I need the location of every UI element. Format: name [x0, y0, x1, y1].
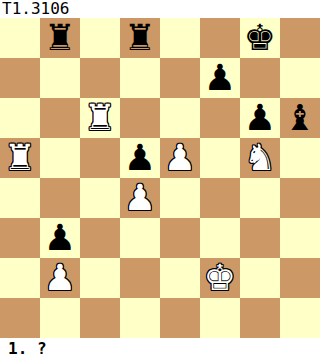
piece-white-rook: ♜ — [84, 100, 116, 136]
square-f8[interactable] — [200, 18, 240, 58]
chess-board: ♜♜♚♟♜♟♝♜♟♟♞♟♟♟♚ — [0, 18, 320, 338]
square-h8[interactable] — [280, 18, 320, 58]
square-e6[interactable] — [160, 98, 200, 138]
square-c6[interactable]: ♜ — [80, 98, 120, 138]
piece-black-pawn: ♟ — [244, 100, 276, 136]
square-f6[interactable] — [200, 98, 240, 138]
square-h5[interactable] — [280, 138, 320, 178]
square-b4[interactable] — [40, 178, 80, 218]
square-c3[interactable] — [80, 218, 120, 258]
square-f5[interactable] — [200, 138, 240, 178]
square-c8[interactable] — [80, 18, 120, 58]
square-h4[interactable] — [280, 178, 320, 218]
square-e5[interactable]: ♟ — [160, 138, 200, 178]
square-f2[interactable]: ♚ — [200, 258, 240, 298]
square-b1[interactable] — [40, 298, 80, 338]
square-a8[interactable] — [0, 18, 40, 58]
piece-white-king: ♚ — [204, 260, 236, 296]
square-a5[interactable]: ♜ — [0, 138, 40, 178]
square-d6[interactable] — [120, 98, 160, 138]
square-d4[interactable]: ♟ — [120, 178, 160, 218]
square-c1[interactable] — [80, 298, 120, 338]
square-e8[interactable] — [160, 18, 200, 58]
square-a4[interactable] — [0, 178, 40, 218]
square-c7[interactable] — [80, 58, 120, 98]
square-b3[interactable]: ♟ — [40, 218, 80, 258]
square-g8[interactable]: ♚ — [240, 18, 280, 58]
square-a7[interactable] — [0, 58, 40, 98]
square-f3[interactable] — [200, 218, 240, 258]
square-h6[interactable]: ♝ — [280, 98, 320, 138]
piece-black-bishop: ♝ — [284, 100, 316, 136]
square-h3[interactable] — [280, 218, 320, 258]
square-c2[interactable] — [80, 258, 120, 298]
square-h1[interactable] — [280, 298, 320, 338]
square-d1[interactable] — [120, 298, 160, 338]
square-a6[interactable] — [0, 98, 40, 138]
square-c5[interactable] — [80, 138, 120, 178]
piece-black-pawn: ♟ — [124, 140, 156, 176]
square-f4[interactable] — [200, 178, 240, 218]
square-f7[interactable]: ♟ — [200, 58, 240, 98]
square-b7[interactable] — [40, 58, 80, 98]
square-g2[interactable] — [240, 258, 280, 298]
square-a2[interactable] — [0, 258, 40, 298]
square-e2[interactable] — [160, 258, 200, 298]
move-prompt: 1. ? — [0, 338, 320, 360]
square-b5[interactable] — [40, 138, 80, 178]
square-d8[interactable]: ♜ — [120, 18, 160, 58]
square-e4[interactable] — [160, 178, 200, 218]
square-b8[interactable]: ♜ — [40, 18, 80, 58]
square-g5[interactable]: ♞ — [240, 138, 280, 178]
square-h2[interactable] — [280, 258, 320, 298]
square-e7[interactable] — [160, 58, 200, 98]
square-e1[interactable] — [160, 298, 200, 338]
square-d3[interactable] — [120, 218, 160, 258]
piece-black-pawn: ♟ — [44, 220, 76, 256]
piece-white-pawn: ♟ — [124, 180, 156, 216]
square-a1[interactable] — [0, 298, 40, 338]
piece-white-pawn: ♟ — [164, 140, 196, 176]
square-e3[interactable] — [160, 218, 200, 258]
piece-black-rook: ♜ — [44, 20, 76, 56]
piece-black-rook: ♜ — [124, 20, 156, 56]
puzzle-id: T1.3106 — [0, 0, 320, 18]
piece-white-rook: ♜ — [4, 140, 36, 176]
square-b6[interactable] — [40, 98, 80, 138]
square-c4[interactable] — [80, 178, 120, 218]
square-d5[interactable]: ♟ — [120, 138, 160, 178]
piece-white-pawn: ♟ — [44, 260, 76, 296]
square-h7[interactable] — [280, 58, 320, 98]
square-f1[interactable] — [200, 298, 240, 338]
piece-black-king: ♚ — [244, 20, 276, 56]
square-g6[interactable]: ♟ — [240, 98, 280, 138]
square-g4[interactable] — [240, 178, 280, 218]
square-g1[interactable] — [240, 298, 280, 338]
piece-white-knight: ♞ — [244, 140, 276, 176]
piece-black-pawn: ♟ — [204, 60, 236, 96]
square-d7[interactable] — [120, 58, 160, 98]
square-b2[interactable]: ♟ — [40, 258, 80, 298]
square-g3[interactable] — [240, 218, 280, 258]
square-a3[interactable] — [0, 218, 40, 258]
square-g7[interactable] — [240, 58, 280, 98]
square-d2[interactable] — [120, 258, 160, 298]
